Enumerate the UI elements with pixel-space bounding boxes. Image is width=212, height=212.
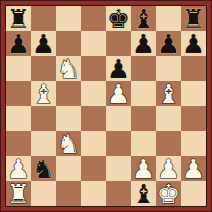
square-e4[interactable] [106, 106, 131, 131]
square-g7[interactable]: ♟ [156, 31, 181, 56]
square-d5[interactable] [81, 81, 106, 106]
square-b7[interactable]: ♟ [31, 31, 56, 56]
white-knight[interactable]: ♞ [56, 131, 81, 156]
square-c8[interactable] [56, 6, 81, 31]
black-king[interactable]: ♚ [106, 6, 131, 31]
square-g5[interactable]: ♝ [156, 81, 181, 106]
square-h4[interactable] [181, 106, 206, 131]
square-g4[interactable] [156, 106, 181, 131]
square-a7[interactable]: ♟ [6, 31, 31, 56]
square-a8[interactable]: ♜ [6, 6, 31, 31]
black-rook[interactable]: ♜ [181, 6, 206, 31]
square-g3[interactable] [156, 131, 181, 156]
square-c4[interactable] [56, 106, 81, 131]
square-d7[interactable] [81, 31, 106, 56]
white-rook[interactable]: ♜ [6, 181, 31, 206]
black-rook[interactable]: ♜ [6, 6, 31, 31]
black-knight[interactable]: ♞ [31, 156, 56, 181]
square-c7[interactable] [56, 31, 81, 56]
black-pawn[interactable]: ♟ [156, 31, 181, 56]
square-h1[interactable] [181, 181, 206, 206]
square-d6[interactable] [81, 56, 106, 81]
square-g8[interactable] [156, 6, 181, 31]
square-e7[interactable] [106, 31, 131, 56]
square-h8[interactable]: ♜ [181, 6, 206, 31]
board-frame: ♜♚♝♜♟♟♟♟♟♞♟♝♟♝♞♟♞♟♟♟♜♝♚ [0, 0, 212, 212]
square-g1[interactable]: ♚ [156, 181, 181, 206]
white-pawn[interactable]: ♟ [156, 156, 181, 181]
square-e3[interactable] [106, 131, 131, 156]
square-d2[interactable] [81, 156, 106, 181]
square-e8[interactable]: ♚ [106, 6, 131, 31]
square-f5[interactable] [131, 81, 156, 106]
chess-board: ♜♚♝♜♟♟♟♟♟♞♟♝♟♝♞♟♞♟♟♟♜♝♚ [5, 5, 207, 207]
white-bishop[interactable]: ♝ [31, 81, 56, 106]
square-d1[interactable] [81, 181, 106, 206]
square-b4[interactable] [31, 106, 56, 131]
square-d3[interactable] [81, 131, 106, 156]
black-pawn[interactable]: ♟ [181, 31, 206, 56]
square-a2[interactable]: ♟ [6, 156, 31, 181]
square-e1[interactable] [106, 181, 131, 206]
square-a4[interactable] [6, 106, 31, 131]
square-a6[interactable] [6, 56, 31, 81]
square-f2[interactable]: ♟ [131, 156, 156, 181]
square-h6[interactable] [181, 56, 206, 81]
square-e2[interactable] [106, 156, 131, 181]
white-pawn[interactable]: ♟ [6, 156, 31, 181]
black-pawn[interactable]: ♟ [31, 31, 56, 56]
square-b2[interactable]: ♞ [31, 156, 56, 181]
black-pawn[interactable]: ♟ [6, 31, 31, 56]
square-b3[interactable] [31, 131, 56, 156]
white-pawn[interactable]: ♟ [131, 156, 156, 181]
square-h3[interactable] [181, 131, 206, 156]
square-e5[interactable]: ♟ [106, 81, 131, 106]
black-pawn[interactable]: ♟ [131, 31, 156, 56]
white-bishop[interactable]: ♝ [156, 81, 181, 106]
black-pawn[interactable]: ♟ [106, 56, 131, 81]
square-c6[interactable]: ♞ [56, 56, 81, 81]
square-f1[interactable]: ♝ [131, 181, 156, 206]
white-king[interactable]: ♚ [156, 181, 181, 206]
square-h2[interactable]: ♟ [181, 156, 206, 181]
black-bishop[interactable]: ♝ [131, 6, 156, 31]
square-d4[interactable] [81, 106, 106, 131]
square-g2[interactable]: ♟ [156, 156, 181, 181]
square-h7[interactable]: ♟ [181, 31, 206, 56]
square-a1[interactable]: ♜ [6, 181, 31, 206]
square-a5[interactable] [6, 81, 31, 106]
square-c1[interactable] [56, 181, 81, 206]
square-b1[interactable] [31, 181, 56, 206]
white-pawn[interactable]: ♟ [106, 81, 131, 106]
white-pawn[interactable]: ♟ [181, 156, 206, 181]
square-h5[interactable] [181, 81, 206, 106]
square-f3[interactable] [131, 131, 156, 156]
square-c2[interactable] [56, 156, 81, 181]
white-knight[interactable]: ♞ [56, 56, 81, 81]
square-f8[interactable]: ♝ [131, 6, 156, 31]
square-g6[interactable] [156, 56, 181, 81]
square-c3[interactable]: ♞ [56, 131, 81, 156]
square-f6[interactable] [131, 56, 156, 81]
square-a3[interactable] [6, 131, 31, 156]
square-f7[interactable]: ♟ [131, 31, 156, 56]
square-f4[interactable] [131, 106, 156, 131]
square-b8[interactable] [31, 6, 56, 31]
black-bishop[interactable]: ♝ [131, 181, 156, 206]
square-e6[interactable]: ♟ [106, 56, 131, 81]
square-b6[interactable] [31, 56, 56, 81]
square-b5[interactable]: ♝ [31, 81, 56, 106]
square-d8[interactable] [81, 6, 106, 31]
square-c5[interactable] [56, 81, 81, 106]
